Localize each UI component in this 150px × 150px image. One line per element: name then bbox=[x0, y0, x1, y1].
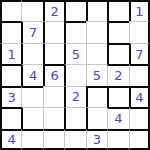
cell-r4c5[interactable]: 5 bbox=[86, 64, 107, 85]
cell-r2c1[interactable] bbox=[0, 21, 21, 42]
cell-r6c6[interactable]: 4 bbox=[107, 107, 128, 128]
cell-r2c2[interactable]: 7 bbox=[21, 21, 42, 42]
given-digit-r7c5: 3 bbox=[93, 133, 101, 146]
cell-r5c3[interactable] bbox=[43, 86, 64, 107]
cell-r5c4[interactable]: 2 bbox=[64, 86, 85, 107]
cell-r5c1[interactable]: 3 bbox=[0, 86, 21, 107]
given-digit-r4c5: 5 bbox=[93, 69, 101, 82]
cell-r4c3[interactable]: 6 bbox=[43, 64, 64, 85]
cell-r4c2[interactable]: 4 bbox=[21, 64, 42, 85]
cell-r3c6[interactable] bbox=[107, 43, 128, 64]
given-digit-r3c7: 7 bbox=[135, 48, 143, 61]
cell-r2c5[interactable] bbox=[86, 21, 107, 42]
cell-r6c1[interactable] bbox=[0, 107, 21, 128]
given-digit-r4c3: 6 bbox=[50, 69, 58, 82]
cell-r3c2[interactable] bbox=[21, 43, 42, 64]
cell-r2c4[interactable] bbox=[64, 21, 85, 42]
cell-r5c2[interactable] bbox=[21, 86, 42, 107]
given-digit-r1c7: 1 bbox=[135, 5, 143, 18]
cell-r6c4[interactable] bbox=[64, 107, 85, 128]
cell-r6c5[interactable] bbox=[86, 107, 107, 128]
cell-r5c7[interactable]: 4 bbox=[129, 86, 150, 107]
cell-r1c2[interactable] bbox=[21, 0, 42, 21]
cell-r7c5[interactable]: 3 bbox=[86, 129, 107, 150]
cell-r4c4[interactable] bbox=[64, 64, 85, 85]
cell-r1c6[interactable] bbox=[107, 0, 128, 21]
puzzle-board: 2171574652324443 bbox=[0, 0, 150, 150]
cell-r3c5[interactable] bbox=[86, 43, 107, 64]
given-digit-r5c4: 2 bbox=[72, 90, 80, 103]
cell-r4c7[interactable] bbox=[129, 64, 150, 85]
given-digit-r3c4: 5 bbox=[72, 48, 80, 61]
cell-r1c7[interactable]: 1 bbox=[129, 0, 150, 21]
cell-r2c3[interactable] bbox=[43, 21, 64, 42]
cell-r6c2[interactable] bbox=[21, 107, 42, 128]
given-digit-r7c1: 4 bbox=[8, 133, 16, 146]
cell-r2c7[interactable] bbox=[129, 21, 150, 42]
cell-r7c2[interactable] bbox=[21, 129, 42, 150]
cell-r1c1[interactable] bbox=[0, 0, 21, 21]
given-digit-r1c3: 2 bbox=[50, 5, 58, 18]
cell-r1c3[interactable]: 2 bbox=[43, 0, 64, 21]
cell-r2c6[interactable] bbox=[107, 21, 128, 42]
given-digit-r4c2: 4 bbox=[29, 69, 37, 82]
given-digit-r4c6: 2 bbox=[114, 69, 122, 82]
cell-r7c3[interactable] bbox=[43, 129, 64, 150]
cell-r7c1[interactable]: 4 bbox=[0, 129, 21, 150]
given-digit-r6c6: 4 bbox=[114, 112, 122, 125]
given-digit-r3c1: 1 bbox=[8, 48, 16, 61]
given-digit-r5c7: 4 bbox=[135, 91, 143, 104]
cell-r7c7[interactable] bbox=[129, 129, 150, 150]
cell-r3c3[interactable] bbox=[43, 43, 64, 64]
cell-r3c4[interactable]: 5 bbox=[64, 43, 85, 64]
cell-r1c5[interactable] bbox=[86, 0, 107, 21]
cell-r7c6[interactable] bbox=[107, 129, 128, 150]
cell-r4c6[interactable]: 2 bbox=[107, 64, 128, 85]
cell-r3c1[interactable]: 1 bbox=[0, 43, 21, 64]
cell-r6c7[interactable] bbox=[129, 107, 150, 128]
given-digit-r5c1: 3 bbox=[8, 91, 16, 104]
given-digit-r2c2: 7 bbox=[29, 26, 37, 39]
cell-r5c5[interactable] bbox=[86, 86, 107, 107]
cell-r7c4[interactable] bbox=[64, 129, 85, 150]
cell-r5c6[interactable] bbox=[107, 86, 128, 107]
cell-r6c3[interactable] bbox=[43, 107, 64, 128]
cell-r1c4[interactable] bbox=[64, 0, 85, 21]
cell-r4c1[interactable] bbox=[0, 64, 21, 85]
cell-r3c7[interactable]: 7 bbox=[129, 43, 150, 64]
